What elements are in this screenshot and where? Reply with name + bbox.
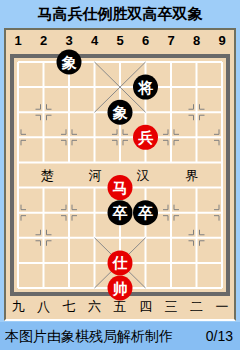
position-marker — [21, 216, 26, 221]
piece-char: 卒 — [138, 204, 153, 221]
board-piece-red[interactable]: 仕 — [108, 250, 133, 275]
position-marker — [200, 241, 205, 246]
file-label: 三 — [161, 298, 181, 316]
position-marker — [21, 140, 26, 145]
file-label: 6 — [136, 33, 156, 48]
footer-bar: 本图片由象棋残局解析制作 0/13 — [0, 322, 240, 350]
position-marker — [36, 241, 41, 246]
position-marker — [189, 115, 194, 120]
position-marker — [61, 140, 66, 145]
piece-char: 卒 — [113, 204, 128, 221]
position-marker — [214, 205, 219, 210]
file-label: 七 — [59, 298, 79, 316]
piece-char: 象 — [61, 54, 78, 71]
position-marker — [47, 241, 52, 246]
board-piece-black[interactable]: 将 — [133, 75, 158, 100]
position-marker — [174, 216, 179, 221]
file-label: 9 — [212, 33, 232, 48]
piece-char: 象 — [112, 104, 129, 121]
xiangqi-board: 楚河汉界象将象兵马卒卒仕帅 — [10, 54, 230, 296]
board-piece-red[interactable]: 帅 — [108, 276, 133, 301]
file-label: 8 — [187, 33, 207, 48]
position-marker — [72, 129, 77, 134]
piece-char: 将 — [137, 79, 153, 96]
board-piece-black[interactable]: 象 — [57, 50, 82, 75]
file-label: 4 — [85, 33, 105, 48]
position-marker — [163, 205, 168, 210]
file-label: 3 — [59, 33, 79, 48]
board-piece-red[interactable]: 兵 — [133, 125, 158, 150]
diagram-title: 马高兵仕例胜双高卒双象 — [0, 5, 240, 24]
file-label: 7 — [161, 33, 181, 48]
river-text: 界 — [186, 168, 199, 183]
position-marker — [174, 205, 179, 210]
piece-char: 仕 — [112, 254, 128, 271]
piece-char: 帅 — [112, 280, 128, 297]
position-marker — [214, 140, 219, 145]
position-marker — [214, 129, 219, 134]
position-marker — [200, 230, 205, 235]
position-marker — [189, 241, 194, 246]
board-piece-black[interactable]: 卒 — [133, 200, 158, 225]
file-label: 一 — [212, 298, 232, 316]
position-marker — [200, 104, 205, 109]
file-label: 二 — [187, 298, 207, 316]
file-label: 五 — [110, 298, 130, 316]
position-marker — [72, 140, 77, 145]
position-marker — [21, 205, 26, 210]
board-piece-red[interactable]: 马 — [108, 175, 133, 200]
position-marker — [174, 140, 179, 145]
position-marker — [163, 216, 168, 221]
position-marker — [47, 104, 52, 109]
position-marker — [189, 230, 194, 235]
position-marker — [72, 205, 77, 210]
position-marker — [72, 216, 77, 221]
board-piece-black[interactable]: 卒 — [108, 200, 133, 225]
position-marker — [123, 140, 128, 145]
file-label: 六 — [85, 298, 105, 316]
board-panel: 123456789 楚河汉界象将象兵马卒卒仕帅 九八七六五四三二一 — [4, 28, 236, 321]
file-label: 四 — [136, 298, 156, 316]
position-marker — [123, 129, 128, 134]
position-marker — [174, 129, 179, 134]
file-label: 九 — [8, 298, 28, 316]
river-text: 汉 — [137, 168, 150, 183]
position-marker — [36, 115, 41, 120]
position-marker — [163, 129, 168, 134]
piece-char: 马 — [113, 179, 128, 196]
position-marker — [47, 230, 52, 235]
position-marker — [214, 216, 219, 221]
piece-char: 兵 — [138, 129, 154, 146]
position-marker — [61, 205, 66, 210]
position-marker — [200, 115, 205, 120]
file-label: 八 — [34, 298, 54, 316]
board-piece-black[interactable]: 象 — [108, 100, 133, 125]
position-marker — [21, 129, 26, 134]
position-marker — [36, 104, 41, 109]
file-label: 2 — [34, 33, 54, 48]
footer-caption: 本图片由象棋残局解析制作 — [5, 322, 173, 350]
position-marker — [61, 216, 66, 221]
file-label: 1 — [8, 33, 28, 48]
position-marker — [112, 129, 117, 134]
file-label: 5 — [110, 33, 130, 48]
position-marker — [47, 115, 52, 120]
position-marker — [61, 129, 66, 134]
position-marker — [36, 230, 41, 235]
river-text: 河 — [89, 168, 102, 183]
move-counter: 0/13 — [206, 322, 233, 350]
position-marker — [189, 104, 194, 109]
river-text: 楚 — [41, 168, 54, 183]
position-marker — [112, 140, 117, 145]
position-marker — [163, 140, 168, 145]
